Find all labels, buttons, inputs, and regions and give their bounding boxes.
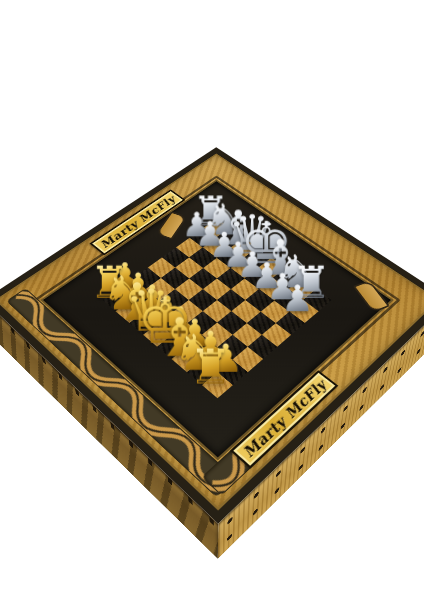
piece-gold-rook-h1[interactable]: ♜: [189, 343, 232, 391]
chess-board-assembly: Marty McFly Marty McFly ♜♞♝♛♚♝♞♜♟♟♟♟♟♟♟♟…: [0, 147, 424, 524]
product-photo-scene: Marty McFly Marty McFly ♜♞♝♛♚♝♞♜♟♟♟♟♟♟♟♟…: [0, 0, 424, 600]
square-h1[interactable]: ♜: [202, 372, 233, 398]
board-frame: Marty McFly Marty McFly ♜♞♝♛♚♝♞♜♟♟♟♟♟♟♟♟…: [0, 147, 424, 524]
piece-silver-pawn-h7[interactable]: ♟: [281, 280, 314, 317]
chess-squares-grid: ♜♞♝♛♚♝♞♜♟♟♟♟♟♟♟♟♟♟♟♟♟♟♟♟♜♞♝♛♚♝♞♜: [102, 218, 331, 398]
